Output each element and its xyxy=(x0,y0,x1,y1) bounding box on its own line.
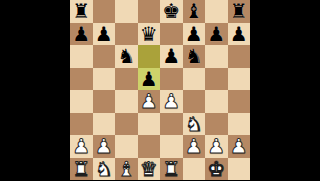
square-f7[interactable]: ♟ xyxy=(183,23,206,46)
square-f4[interactable] xyxy=(183,90,206,113)
square-e6[interactable]: ♟ xyxy=(160,45,183,68)
white-pawn[interactable]: ♟ xyxy=(230,135,248,157)
square-c8[interactable] xyxy=(115,0,138,23)
square-e5[interactable] xyxy=(160,68,183,91)
square-b7[interactable]: ♟ xyxy=(93,23,116,46)
black-bishop[interactable]: ♝ xyxy=(185,0,203,22)
square-h8[interactable]: ♜ xyxy=(228,0,251,23)
black-rook[interactable]: ♜ xyxy=(72,0,90,22)
square-h6[interactable] xyxy=(228,45,251,68)
white-pawn[interactable]: ♟ xyxy=(185,135,203,157)
white-rook[interactable]: ♜ xyxy=(162,158,180,180)
white-pawn[interactable]: ♟ xyxy=(140,90,158,112)
square-a2[interactable]: ♟ xyxy=(70,135,93,158)
black-pawn[interactable]: ♟ xyxy=(162,45,180,67)
square-h7[interactable]: ♟ xyxy=(228,23,251,46)
square-c3[interactable] xyxy=(115,113,138,136)
square-f5[interactable] xyxy=(183,68,206,91)
square-h5[interactable] xyxy=(228,68,251,91)
square-a6[interactable] xyxy=(70,45,93,68)
white-pawn[interactable]: ♟ xyxy=(72,135,90,157)
square-h4[interactable] xyxy=(228,90,251,113)
black-pawn[interactable]: ♟ xyxy=(207,23,225,45)
black-pawn[interactable]: ♟ xyxy=(185,23,203,45)
black-knight[interactable]: ♞ xyxy=(185,45,203,67)
square-a7[interactable]: ♟ xyxy=(70,23,93,46)
white-pawn[interactable]: ♟ xyxy=(95,135,113,157)
square-c4[interactable] xyxy=(115,90,138,113)
square-g1[interactable]: ♚ xyxy=(205,158,228,181)
white-queen[interactable]: ♛ xyxy=(140,158,158,180)
white-pawn[interactable]: ♟ xyxy=(207,135,225,157)
square-d7[interactable]: ♛ xyxy=(138,23,161,46)
square-h3[interactable] xyxy=(228,113,251,136)
square-g2[interactable]: ♟ xyxy=(205,135,228,158)
square-c6[interactable]: ♞ xyxy=(115,45,138,68)
square-e7[interactable] xyxy=(160,23,183,46)
square-e8[interactable]: ♚ xyxy=(160,0,183,23)
square-b5[interactable] xyxy=(93,68,116,91)
square-d2[interactable] xyxy=(138,135,161,158)
white-knight[interactable]: ♞ xyxy=(185,113,203,135)
square-a5[interactable] xyxy=(70,68,93,91)
square-b1[interactable]: ♞ xyxy=(93,158,116,181)
white-pawn[interactable]: ♟ xyxy=(162,90,180,112)
square-g5[interactable] xyxy=(205,68,228,91)
square-f2[interactable]: ♟ xyxy=(183,135,206,158)
square-g8[interactable] xyxy=(205,0,228,23)
black-pawn[interactable]: ♟ xyxy=(72,23,90,45)
white-king[interactable]: ♚ xyxy=(207,158,225,180)
square-g4[interactable] xyxy=(205,90,228,113)
black-king[interactable]: ♚ xyxy=(162,0,180,22)
square-f8[interactable]: ♝ xyxy=(183,0,206,23)
black-pawn[interactable]: ♟ xyxy=(95,23,113,45)
black-knight[interactable]: ♞ xyxy=(117,45,135,67)
black-queen[interactable]: ♛ xyxy=(140,23,158,45)
square-d6[interactable] xyxy=(138,45,161,68)
square-f3[interactable]: ♞ xyxy=(183,113,206,136)
square-h1[interactable] xyxy=(228,158,251,181)
square-h2[interactable]: ♟ xyxy=(228,135,251,158)
white-rook[interactable]: ♜ xyxy=(72,158,90,180)
square-f1[interactable] xyxy=(183,158,206,181)
square-d3[interactable] xyxy=(138,113,161,136)
white-knight[interactable]: ♞ xyxy=(95,158,113,180)
square-a1[interactable]: ♜ xyxy=(70,158,93,181)
white-bishop[interactable]: ♝ xyxy=(117,158,135,180)
square-b3[interactable] xyxy=(93,113,116,136)
square-d5[interactable]: ♟ xyxy=(138,68,161,91)
black-rook[interactable]: ♜ xyxy=(230,0,248,22)
square-b8[interactable] xyxy=(93,0,116,23)
square-b6[interactable] xyxy=(93,45,116,68)
app-background: ♜♚♝♜♟♟♛♟♟♟♞♟♞♟♟♟♞♟♟♟♟♟♜♞♝♛♜♚ xyxy=(0,0,320,180)
square-d8[interactable] xyxy=(138,0,161,23)
square-c1[interactable]: ♝ xyxy=(115,158,138,181)
square-e1[interactable]: ♜ xyxy=(160,158,183,181)
square-e4[interactable]: ♟ xyxy=(160,90,183,113)
square-d4[interactable]: ♟ xyxy=(138,90,161,113)
square-g7[interactable]: ♟ xyxy=(205,23,228,46)
square-b2[interactable]: ♟ xyxy=(93,135,116,158)
square-d1[interactable]: ♛ xyxy=(138,158,161,181)
square-a3[interactable] xyxy=(70,113,93,136)
square-b4[interactable] xyxy=(93,90,116,113)
square-g6[interactable] xyxy=(205,45,228,68)
square-a8[interactable]: ♜ xyxy=(70,0,93,23)
square-g3[interactable] xyxy=(205,113,228,136)
square-c2[interactable] xyxy=(115,135,138,158)
square-e3[interactable] xyxy=(160,113,183,136)
square-c7[interactable] xyxy=(115,23,138,46)
chess-board[interactable]: ♜♚♝♜♟♟♛♟♟♟♞♟♞♟♟♟♞♟♟♟♟♟♜♞♝♛♜♚ xyxy=(70,0,250,180)
square-f6[interactable]: ♞ xyxy=(183,45,206,68)
square-a4[interactable] xyxy=(70,90,93,113)
black-pawn[interactable]: ♟ xyxy=(140,68,158,90)
square-e2[interactable] xyxy=(160,135,183,158)
square-c5[interactable] xyxy=(115,68,138,91)
black-pawn[interactable]: ♟ xyxy=(230,23,248,45)
